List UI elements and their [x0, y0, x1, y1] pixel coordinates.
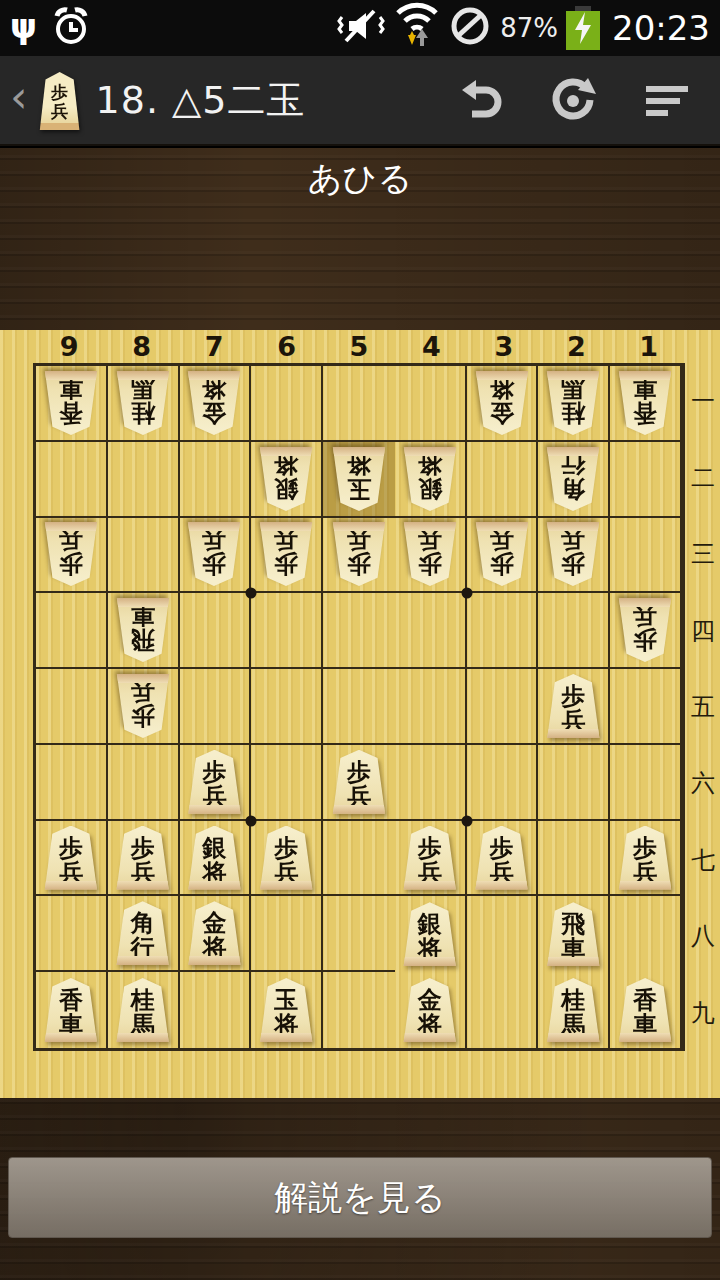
shogi-piece-sente[interactable]: 銀将 — [401, 902, 459, 966]
screen: ψ — [0, 0, 720, 1280]
board-square[interactable] — [395, 593, 467, 669]
board-square[interactable]: 歩兵 — [467, 821, 539, 897]
star-point — [246, 815, 257, 826]
board-square[interactable] — [36, 745, 108, 821]
rank-label: 八 — [686, 898, 720, 974]
shogi-piece-sente[interactable]: 銀将 — [185, 826, 243, 890]
board-square[interactable] — [36, 669, 108, 745]
shogi-piece-gote[interactable]: 桂馬 — [544, 371, 602, 435]
board-square[interactable]: 銀将 — [180, 821, 252, 897]
board-square[interactable]: 歩兵 — [180, 745, 252, 821]
rank-label: 一 — [686, 363, 720, 439]
shogi-piece-gote[interactable]: 歩兵 — [257, 522, 315, 586]
shogi-piece-gote[interactable]: 歩兵 — [114, 674, 172, 738]
board-square[interactable] — [180, 972, 252, 1048]
menu-list-icon[interactable] — [620, 65, 712, 135]
shogi-piece-sente[interactable]: 歩兵 — [185, 750, 243, 814]
shogi-piece-gote[interactable]: 香車 — [42, 371, 100, 435]
board-square[interactable]: 歩兵 — [108, 669, 180, 745]
board-square[interactable]: 玉将 — [251, 972, 323, 1048]
board-square[interactable]: 歩兵 — [538, 518, 610, 594]
board-square[interactable] — [180, 593, 252, 669]
shogi-piece-gote[interactable]: 角行 — [544, 447, 602, 511]
file-label: 8 — [105, 330, 177, 363]
board-square[interactable]: 歩兵 — [323, 518, 395, 594]
board-square[interactable]: 桂馬 — [108, 972, 180, 1048]
board-square[interactable] — [180, 442, 252, 518]
board-square[interactable]: 香車 — [36, 366, 108, 442]
board-square[interactable] — [538, 593, 610, 669]
shogi-piece-gote[interactable]: 玉将 — [330, 447, 388, 511]
shogi-piece-sente[interactable]: 歩兵 — [257, 826, 315, 890]
file-label: 7 — [178, 330, 250, 363]
board-square[interactable] — [467, 442, 539, 518]
app-piece-icon: 歩 兵 — [38, 71, 82, 129]
board-square[interactable] — [323, 366, 395, 442]
shogi-piece-sente[interactable]: 金将 — [401, 978, 459, 1042]
interruption-off-icon — [448, 4, 492, 52]
board-square[interactable] — [180, 669, 252, 745]
usb-icon: ψ — [10, 9, 37, 43]
rank-label: 五 — [686, 669, 720, 745]
shogi-piece-gote[interactable]: 桂馬 — [114, 371, 172, 435]
star-point — [461, 588, 472, 599]
rank-label: 九 — [686, 975, 720, 1051]
shogi-piece-gote[interactable]: 金将 — [185, 371, 243, 435]
board-square[interactable]: 銀将 — [395, 896, 467, 972]
shogi-piece-sente[interactable]: 香車 — [42, 978, 100, 1042]
star-point — [461, 815, 472, 826]
undo-icon[interactable] — [436, 65, 528, 135]
shogi-piece-gote[interactable]: 歩兵 — [401, 522, 459, 586]
board-square[interactable] — [467, 745, 539, 821]
board-square[interactable] — [610, 745, 682, 821]
board-square[interactable]: 角行 — [538, 442, 610, 518]
board-square[interactable] — [36, 593, 108, 669]
board-square[interactable] — [36, 442, 108, 518]
board-square[interactable] — [610, 669, 682, 745]
redo-icon[interactable] — [528, 65, 620, 135]
board-square[interactable] — [251, 669, 323, 745]
board-square[interactable] — [323, 821, 395, 897]
board-square[interactable] — [251, 745, 323, 821]
board-square[interactable] — [395, 745, 467, 821]
rank-label: 四 — [686, 592, 720, 668]
board-square[interactable] — [395, 366, 467, 442]
board-square[interactable]: 歩兵 — [180, 518, 252, 594]
board-square[interactable] — [467, 593, 539, 669]
shogi-piece-gote[interactable]: 銀将 — [401, 447, 459, 511]
board-square[interactable] — [251, 366, 323, 442]
shogi-piece-sente[interactable]: 角行 — [114, 901, 172, 965]
toolbar: ‹ 歩 兵 18. △5二玉 — [0, 56, 720, 146]
shogi-piece-sente[interactable]: 玉将 — [257, 978, 315, 1042]
shogi-piece-sente[interactable]: 桂馬 — [114, 978, 172, 1042]
board-square[interactable] — [467, 669, 539, 745]
board-square[interactable] — [467, 972, 539, 1048]
file-label: 6 — [250, 330, 322, 363]
mute-vibrate-icon — [336, 3, 386, 53]
board-square[interactable]: 香車 — [610, 972, 682, 1048]
board-square[interactable] — [108, 442, 180, 518]
file-label: 5 — [323, 330, 395, 363]
back-button[interactable]: ‹ — [8, 75, 32, 125]
view-commentary-button[interactable]: 解説を見る — [8, 1157, 712, 1238]
file-label: 3 — [468, 330, 540, 363]
shogi-piece-gote[interactable]: 金将 — [473, 371, 531, 435]
board-square[interactable]: 金将 — [395, 972, 467, 1048]
board-square[interactable]: 歩兵 — [108, 821, 180, 897]
shogi-piece-gote[interactable]: 歩兵 — [42, 522, 100, 586]
board-square[interactable]: 歩兵 — [467, 518, 539, 594]
file-labels: 987654321 — [33, 330, 685, 363]
rank-label: 六 — [686, 745, 720, 821]
board-square[interactable] — [323, 669, 395, 745]
board-square[interactable]: 歩兵 — [36, 518, 108, 594]
file-label: 1 — [613, 330, 685, 363]
file-label: 4 — [395, 330, 467, 363]
shogi-piece-sente[interactable]: 金将 — [185, 901, 243, 965]
clock-time: 20:23 — [612, 8, 710, 48]
board-square[interactable]: 玉将 — [323, 442, 395, 518]
board-square[interactable]: 桂馬 — [538, 972, 610, 1048]
board-square[interactable]: 金将 — [180, 896, 252, 972]
board-square[interactable]: 金将 — [467, 366, 539, 442]
move-label: 18. △5二玉 — [96, 75, 306, 126]
board-square[interactable] — [251, 896, 323, 972]
board-square[interactable] — [538, 821, 610, 897]
board-square[interactable]: 銀将 — [251, 442, 323, 518]
shogi-piece-sente[interactable]: 桂馬 — [544, 978, 602, 1042]
board-square[interactable] — [610, 442, 682, 518]
board-square[interactable] — [538, 745, 610, 821]
shogi-piece-sente[interactable]: 歩兵 — [544, 674, 602, 738]
shogi-piece-sente[interactable]: 歩兵 — [616, 826, 674, 890]
shogi-piece-sente[interactable]: 歩兵 — [330, 750, 388, 814]
board-square[interactable] — [323, 972, 395, 1048]
shogi-piece-gote[interactable]: 歩兵 — [330, 522, 388, 586]
board-square[interactable]: 歩兵 — [251, 518, 323, 594]
shogi-piece-gote[interactable]: 歩兵 — [616, 598, 674, 662]
shogi-piece-gote[interactable]: 歩兵 — [473, 522, 531, 586]
board-square[interactable] — [36, 896, 108, 972]
rank-label: 七 — [686, 822, 720, 898]
shogi-piece-sente[interactable]: 歩兵 — [42, 826, 100, 890]
board-square[interactable]: 歩兵 — [610, 593, 682, 669]
shogi-piece-gote[interactable]: 歩兵 — [544, 522, 602, 586]
shogi-piece-sente[interactable]: 香車 — [616, 978, 674, 1042]
board-square[interactable]: 歩兵 — [323, 745, 395, 821]
board-square[interactable]: 桂馬 — [108, 366, 180, 442]
board-square[interactable] — [251, 593, 323, 669]
rank-labels: 一二三四五六七八九 — [686, 363, 720, 1051]
board-grid[interactable]: 香車桂馬金将金将桂馬香車銀将玉将銀将角行歩兵歩兵歩兵歩兵歩兵歩兵歩兵飛車歩兵歩兵… — [33, 363, 685, 1051]
shogi-board: 987654321 一二三四五六七八九 香車桂馬金将金将桂馬香車銀将玉将銀将角行… — [0, 330, 720, 1098]
board-square[interactable] — [323, 593, 395, 669]
board-square[interactable] — [323, 896, 395, 972]
star-point — [246, 588, 257, 599]
board-square[interactable] — [108, 745, 180, 821]
opening-title: あひる — [0, 156, 720, 202]
shogi-piece-sente[interactable]: 歩兵 — [401, 826, 459, 890]
board-square[interactable]: 歩兵 — [610, 821, 682, 897]
shogi-piece-sente[interactable]: 歩兵 — [114, 826, 172, 890]
board-square[interactable]: 歩兵 — [251, 821, 323, 897]
alarm-icon — [51, 4, 91, 52]
board-square[interactable] — [610, 896, 682, 972]
shogi-piece-gote[interactable]: 飛車 — [114, 598, 172, 662]
board-square[interactable]: 歩兵 — [538, 669, 610, 745]
board-square[interactable] — [610, 518, 682, 594]
battery-percent: 87% — [500, 13, 558, 43]
board-square[interactable] — [467, 896, 539, 972]
board-square[interactable]: 香車 — [610, 366, 682, 442]
status-bar: ψ — [0, 0, 720, 56]
board-square[interactable]: 飛車 — [538, 896, 610, 972]
battery-charging-icon — [566, 6, 600, 50]
shogi-piece-sente[interactable]: 飛車 — [544, 902, 602, 966]
board-square[interactable]: 桂馬 — [538, 366, 610, 442]
board-square[interactable]: 金将 — [180, 366, 252, 442]
rank-label: 三 — [686, 516, 720, 592]
file-label: 2 — [540, 330, 612, 363]
board-square[interactable]: 歩兵 — [36, 821, 108, 897]
board-square[interactable] — [108, 518, 180, 594]
board-square[interactable]: 角行 — [108, 896, 180, 972]
board-square[interactable] — [395, 669, 467, 745]
board-square[interactable]: 飛車 — [108, 593, 180, 669]
shogi-piece-sente[interactable]: 歩兵 — [473, 826, 531, 890]
rank-label: 二 — [686, 439, 720, 515]
shogi-piece-gote[interactable]: 銀将 — [257, 447, 315, 511]
board-square[interactable]: 歩兵 — [395, 821, 467, 897]
wifi-updown-icon — [394, 1, 440, 55]
shogi-piece-gote[interactable]: 歩兵 — [185, 522, 243, 586]
board-square[interactable]: 銀将 — [395, 442, 467, 518]
board-square[interactable]: 歩兵 — [395, 518, 467, 594]
shogi-piece-gote[interactable]: 香車 — [616, 371, 674, 435]
board-square[interactable]: 香車 — [36, 972, 108, 1048]
file-label: 9 — [33, 330, 105, 363]
